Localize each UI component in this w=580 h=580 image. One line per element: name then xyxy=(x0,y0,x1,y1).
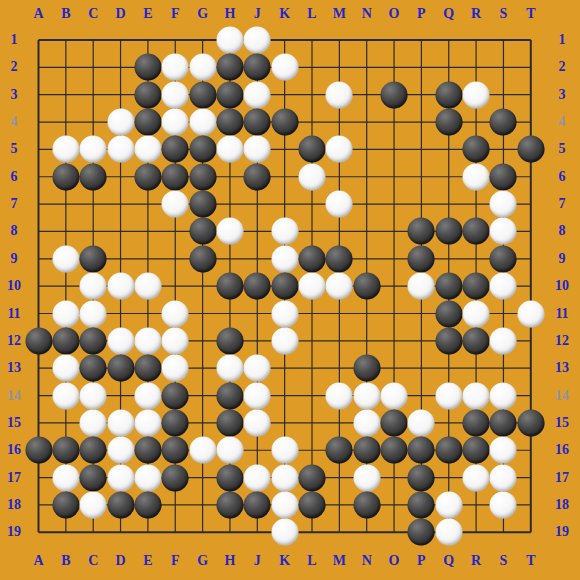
stone-white-C10[interactable] xyxy=(80,273,107,300)
stone-white-G4[interactable] xyxy=(189,109,216,136)
stone-white-F4[interactable] xyxy=(162,109,189,136)
row-label-left-2: 2 xyxy=(11,60,18,74)
stone-white-R3[interactable] xyxy=(463,81,490,108)
stone-black-O16[interactable] xyxy=(381,437,408,464)
stone-black-P18[interactable] xyxy=(408,491,435,518)
column-label-top-Q: Q xyxy=(443,7,454,21)
stone-white-K8[interactable] xyxy=(271,218,298,245)
stone-white-F12[interactable] xyxy=(162,327,189,354)
stone-black-R12[interactable] xyxy=(463,327,490,354)
stone-white-F7[interactable] xyxy=(162,191,189,218)
row-label-right-18: 18 xyxy=(555,498,569,512)
stone-black-M16[interactable] xyxy=(326,437,353,464)
stone-black-E13[interactable] xyxy=(134,355,161,382)
stone-white-E12[interactable] xyxy=(134,327,161,354)
row-label-left-19: 19 xyxy=(7,525,21,539)
column-label-bottom-P: P xyxy=(417,554,426,568)
stone-black-J6[interactable] xyxy=(244,163,271,190)
row-label-left-3: 3 xyxy=(11,88,18,102)
stone-black-H2[interactable] xyxy=(216,54,243,81)
row-label-right-2: 2 xyxy=(559,60,566,74)
stone-black-E6[interactable] xyxy=(134,163,161,190)
stone-black-A16[interactable] xyxy=(25,437,52,464)
column-label-top-S: S xyxy=(500,7,508,21)
column-label-top-P: P xyxy=(417,7,426,21)
row-label-right-17: 17 xyxy=(555,471,569,485)
stone-white-K16[interactable] xyxy=(271,437,298,464)
stone-black-P19[interactable] xyxy=(408,519,435,546)
stone-white-J1[interactable] xyxy=(244,27,271,54)
column-label-top-T: T xyxy=(526,7,535,21)
stone-black-G9[interactable] xyxy=(189,245,216,272)
row-label-left-4: 4 xyxy=(11,115,18,129)
stone-black-G3[interactable] xyxy=(189,81,216,108)
stone-white-Q18[interactable] xyxy=(435,491,462,518)
column-label-bottom-J: J xyxy=(254,554,261,568)
row-label-right-15: 15 xyxy=(555,416,569,430)
stone-black-L17[interactable] xyxy=(299,464,326,491)
row-label-right-16: 16 xyxy=(555,443,569,457)
stone-black-L18[interactable] xyxy=(299,491,326,518)
row-label-right-5: 5 xyxy=(559,142,566,156)
stone-white-L10[interactable] xyxy=(299,273,326,300)
stone-white-B5[interactable] xyxy=(52,136,79,163)
goban: AABBCCDDEEFFGGHHJJKKLLMMNNOOPPQQRRSSTT11… xyxy=(0,0,580,580)
stone-black-O3[interactable] xyxy=(381,81,408,108)
stone-black-Q16[interactable] xyxy=(435,437,462,464)
stone-white-R6[interactable] xyxy=(463,163,490,190)
stone-black-T5[interactable] xyxy=(517,136,544,163)
column-label-top-J: J xyxy=(254,7,261,21)
row-label-right-6: 6 xyxy=(559,170,566,184)
row-label-right-19: 19 xyxy=(555,525,569,539)
stone-black-F5[interactable] xyxy=(162,136,189,163)
row-label-left-18: 18 xyxy=(7,498,21,512)
stone-white-F3[interactable] xyxy=(162,81,189,108)
stone-white-F13[interactable] xyxy=(162,355,189,382)
stone-white-Q14[interactable] xyxy=(435,382,462,409)
row-label-left-15: 15 xyxy=(7,416,21,430)
stone-white-M10[interactable] xyxy=(326,273,353,300)
stone-black-R5[interactable] xyxy=(463,136,490,163)
column-label-top-B: B xyxy=(61,7,70,21)
stone-black-H17[interactable] xyxy=(216,464,243,491)
stone-black-J4[interactable] xyxy=(244,109,271,136)
row-label-left-6: 6 xyxy=(11,170,18,184)
stone-black-H18[interactable] xyxy=(216,491,243,518)
stone-black-G7[interactable] xyxy=(189,191,216,218)
row-label-right-12: 12 xyxy=(555,334,569,348)
stone-black-C6[interactable] xyxy=(80,163,107,190)
stone-black-H3[interactable] xyxy=(216,81,243,108)
stone-black-G8[interactable] xyxy=(189,218,216,245)
stone-white-C11[interactable] xyxy=(80,300,107,327)
stone-white-N17[interactable] xyxy=(353,464,380,491)
row-label-left-9: 9 xyxy=(11,252,18,266)
column-label-bottom-S: S xyxy=(500,554,508,568)
row-label-left-7: 7 xyxy=(11,197,18,211)
stone-white-K18[interactable] xyxy=(271,491,298,518)
stone-white-K11[interactable] xyxy=(271,300,298,327)
stone-white-S7[interactable] xyxy=(490,191,517,218)
stone-black-E18[interactable] xyxy=(134,491,161,518)
stone-black-H4[interactable] xyxy=(216,109,243,136)
column-label-top-F: F xyxy=(171,7,180,21)
row-label-left-5: 5 xyxy=(11,142,18,156)
stone-white-H1[interactable] xyxy=(216,27,243,54)
stone-white-P10[interactable] xyxy=(408,273,435,300)
stone-white-F11[interactable] xyxy=(162,300,189,327)
row-label-left-10: 10 xyxy=(7,279,21,293)
stone-white-K2[interactable] xyxy=(271,54,298,81)
stone-white-H13[interactable] xyxy=(216,355,243,382)
stone-white-S16[interactable] xyxy=(490,437,517,464)
stone-white-N15[interactable] xyxy=(353,409,380,436)
stone-black-F15[interactable] xyxy=(162,409,189,436)
stone-white-D5[interactable] xyxy=(107,136,134,163)
stone-white-K9[interactable] xyxy=(271,245,298,272)
row-label-left-14: 14 xyxy=(7,389,21,403)
stone-white-D17[interactable] xyxy=(107,464,134,491)
stone-white-R11[interactable] xyxy=(463,300,490,327)
stone-white-C5[interactable] xyxy=(80,136,107,163)
stone-white-E10[interactable] xyxy=(134,273,161,300)
column-label-bottom-F: F xyxy=(171,554,180,568)
stone-white-M14[interactable] xyxy=(326,382,353,409)
stone-white-G16[interactable] xyxy=(189,437,216,464)
column-label-bottom-L: L xyxy=(307,554,316,568)
stone-white-M7[interactable] xyxy=(326,191,353,218)
stone-white-J13[interactable] xyxy=(244,355,271,382)
stone-white-J17[interactable] xyxy=(244,464,271,491)
stone-black-R8[interactable] xyxy=(463,218,490,245)
stone-white-C15[interactable] xyxy=(80,409,107,436)
row-label-left-12: 12 xyxy=(7,334,21,348)
stone-white-S12[interactable] xyxy=(490,327,517,354)
stone-white-B13[interactable] xyxy=(52,355,79,382)
stone-white-G2[interactable] xyxy=(189,54,216,81)
stone-white-H8[interactable] xyxy=(216,218,243,245)
stone-black-T15[interactable] xyxy=(517,409,544,436)
stone-white-E15[interactable] xyxy=(134,409,161,436)
column-label-bottom-Q: Q xyxy=(443,554,454,568)
stone-black-B12[interactable] xyxy=(52,327,79,354)
stone-black-K4[interactable] xyxy=(271,109,298,136)
stone-white-J3[interactable] xyxy=(244,81,271,108)
stone-white-Q19[interactable] xyxy=(435,519,462,546)
stone-black-Q12[interactable] xyxy=(435,327,462,354)
row-label-right-1: 1 xyxy=(559,33,566,47)
stone-white-E5[interactable] xyxy=(134,136,161,163)
stone-black-S6[interactable] xyxy=(490,163,517,190)
stone-black-N10[interactable] xyxy=(353,273,380,300)
stone-white-D15[interactable] xyxy=(107,409,134,436)
stone-white-H16[interactable] xyxy=(216,437,243,464)
row-label-right-10: 10 xyxy=(555,279,569,293)
row-label-left-8: 8 xyxy=(11,224,18,238)
column-label-bottom-H: H xyxy=(224,554,235,568)
stone-black-R10[interactable] xyxy=(463,273,490,300)
stone-black-A12[interactable] xyxy=(25,327,52,354)
stone-black-E16[interactable] xyxy=(134,437,161,464)
stone-white-J14[interactable] xyxy=(244,382,271,409)
row-label-right-11: 11 xyxy=(555,307,568,321)
column-label-top-R: R xyxy=(471,7,481,21)
row-label-left-16: 16 xyxy=(7,443,21,457)
stone-white-D4[interactable] xyxy=(107,109,134,136)
stone-black-J18[interactable] xyxy=(244,491,271,518)
column-label-bottom-N: N xyxy=(362,554,372,568)
stone-black-F6[interactable] xyxy=(162,163,189,190)
column-label-bottom-O: O xyxy=(389,554,400,568)
row-label-left-11: 11 xyxy=(7,307,20,321)
column-label-bottom-K: K xyxy=(279,554,290,568)
stone-black-L9[interactable] xyxy=(299,245,326,272)
row-label-left-13: 13 xyxy=(7,361,21,375)
column-label-bottom-M: M xyxy=(333,554,346,568)
stone-black-K10[interactable] xyxy=(271,273,298,300)
stone-black-C9[interactable] xyxy=(80,245,107,272)
stone-black-P17[interactable] xyxy=(408,464,435,491)
column-label-bottom-R: R xyxy=(471,554,481,568)
stone-white-J5[interactable] xyxy=(244,136,271,163)
stone-white-M3[interactable] xyxy=(326,81,353,108)
stone-white-K12[interactable] xyxy=(271,327,298,354)
stone-black-Q11[interactable] xyxy=(435,300,462,327)
stone-white-S10[interactable] xyxy=(490,273,517,300)
stone-white-N14[interactable] xyxy=(353,382,380,409)
column-label-bottom-D: D xyxy=(115,554,125,568)
stone-black-P8[interactable] xyxy=(408,218,435,245)
row-label-right-13: 13 xyxy=(555,361,569,375)
column-label-bottom-C: C xyxy=(88,554,98,568)
stone-white-S18[interactable] xyxy=(490,491,517,518)
stone-black-H10[interactable] xyxy=(216,273,243,300)
stone-black-Q10[interactable] xyxy=(435,273,462,300)
row-label-right-8: 8 xyxy=(559,224,566,238)
stone-white-L6[interactable] xyxy=(299,163,326,190)
stone-black-O15[interactable] xyxy=(381,409,408,436)
row-label-right-4: 4 xyxy=(559,115,566,129)
stone-white-D10[interactable] xyxy=(107,273,134,300)
column-label-top-M: M xyxy=(333,7,346,21)
stone-white-S8[interactable] xyxy=(490,218,517,245)
stone-white-R14[interactable] xyxy=(463,382,490,409)
stone-black-Q4[interactable] xyxy=(435,109,462,136)
row-label-right-9: 9 xyxy=(559,252,566,266)
stone-black-M9[interactable] xyxy=(326,245,353,272)
stone-black-B6[interactable] xyxy=(52,163,79,190)
stone-white-F2[interactable] xyxy=(162,54,189,81)
column-label-bottom-G: G xyxy=(197,554,208,568)
column-label-bottom-B: B xyxy=(61,554,70,568)
column-label-top-D: D xyxy=(115,7,125,21)
stone-white-K19[interactable] xyxy=(271,519,298,546)
column-label-top-G: G xyxy=(197,7,208,21)
stone-black-F14[interactable] xyxy=(162,382,189,409)
stone-black-F16[interactable] xyxy=(162,437,189,464)
stone-black-C17[interactable] xyxy=(80,464,107,491)
row-label-right-14: 14 xyxy=(555,389,569,403)
stone-black-H14[interactable] xyxy=(216,382,243,409)
stone-white-M5[interactable] xyxy=(326,136,353,163)
stone-white-B11[interactable] xyxy=(52,300,79,327)
stone-black-H15[interactable] xyxy=(216,409,243,436)
stone-white-O14[interactable] xyxy=(381,382,408,409)
stone-white-C18[interactable] xyxy=(80,491,107,518)
column-label-top-L: L xyxy=(307,7,316,21)
stone-black-L5[interactable] xyxy=(299,136,326,163)
stone-black-N16[interactable] xyxy=(353,437,380,464)
stone-black-C12[interactable] xyxy=(80,327,107,354)
stone-black-B18[interactable] xyxy=(52,491,79,518)
stone-black-E2[interactable] xyxy=(134,54,161,81)
stone-black-C13[interactable] xyxy=(80,355,107,382)
stone-white-T11[interactable] xyxy=(517,300,544,327)
stone-black-S15[interactable] xyxy=(490,409,517,436)
column-label-bottom-E: E xyxy=(143,554,152,568)
stone-white-B14[interactable] xyxy=(52,382,79,409)
stone-black-C16[interactable] xyxy=(80,437,107,464)
stone-black-G6[interactable] xyxy=(189,163,216,190)
stone-black-B16[interactable] xyxy=(52,437,79,464)
column-label-bottom-T: T xyxy=(526,554,535,568)
column-label-top-H: H xyxy=(224,7,235,21)
stone-white-R17[interactable] xyxy=(463,464,490,491)
stone-black-R16[interactable] xyxy=(463,437,490,464)
stone-black-P9[interactable] xyxy=(408,245,435,272)
row-label-left-17: 17 xyxy=(7,471,21,485)
column-label-top-E: E xyxy=(143,7,152,21)
stone-black-F17[interactable] xyxy=(162,464,189,491)
stone-black-S9[interactable] xyxy=(490,245,517,272)
stone-white-E17[interactable] xyxy=(134,464,161,491)
stone-white-B17[interactable] xyxy=(52,464,79,491)
stone-black-E3[interactable] xyxy=(134,81,161,108)
stone-white-J15[interactable] xyxy=(244,409,271,436)
stone-black-P16[interactable] xyxy=(408,437,435,464)
stone-black-R15[interactable] xyxy=(463,409,490,436)
stone-black-E4[interactable] xyxy=(134,109,161,136)
stone-black-J2[interactable] xyxy=(244,54,271,81)
stone-black-H12[interactable] xyxy=(216,327,243,354)
stone-black-D18[interactable] xyxy=(107,491,134,518)
column-label-bottom-A: A xyxy=(33,554,43,568)
stone-white-S14[interactable] xyxy=(490,382,517,409)
stone-black-G5[interactable] xyxy=(189,136,216,163)
stone-black-D13[interactable] xyxy=(107,355,134,382)
column-label-top-A: A xyxy=(33,7,43,21)
stone-white-P15[interactable] xyxy=(408,409,435,436)
stone-white-D12[interactable] xyxy=(107,327,134,354)
stone-white-D16[interactable] xyxy=(107,437,134,464)
stone-black-Q3[interactable] xyxy=(435,81,462,108)
column-label-top-K: K xyxy=(279,7,290,21)
row-label-right-3: 3 xyxy=(559,88,566,102)
row-label-right-7: 7 xyxy=(559,197,566,211)
column-label-top-O: O xyxy=(389,7,400,21)
stone-white-S17[interactable] xyxy=(490,464,517,491)
stone-black-N18[interactable] xyxy=(353,491,380,518)
stone-black-Q8[interactable] xyxy=(435,218,462,245)
row-label-left-1: 1 xyxy=(11,33,18,47)
stone-white-K17[interactable] xyxy=(271,464,298,491)
stone-white-C14[interactable] xyxy=(80,382,107,409)
stone-black-N13[interactable] xyxy=(353,355,380,382)
column-label-top-N: N xyxy=(362,7,372,21)
stone-black-J10[interactable] xyxy=(244,273,271,300)
stone-black-S4[interactable] xyxy=(490,109,517,136)
stone-white-B9[interactable] xyxy=(52,245,79,272)
stone-white-E14[interactable] xyxy=(134,382,161,409)
stone-white-H5[interactable] xyxy=(216,136,243,163)
column-label-top-C: C xyxy=(88,7,98,21)
